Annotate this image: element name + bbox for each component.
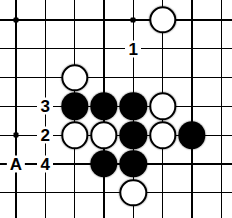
star-point: [14, 18, 19, 23]
stone-point: [90, 150, 117, 177]
labeled-point: 3: [37, 98, 53, 115]
white-stone: [90, 121, 117, 148]
go-board: 132A4: [0, 0, 232, 218]
stone-point: [149, 6, 176, 33]
white-stone: [61, 121, 88, 148]
labeled-point: 4: [37, 156, 53, 173]
white-stone: [61, 64, 88, 91]
black-stone: [90, 150, 117, 177]
point-label-4: 4: [37, 156, 53, 173]
star-point: [131, 18, 136, 23]
labeled-point: 1: [125, 40, 141, 57]
point-label-1: 1: [125, 40, 141, 57]
stone-point: [61, 121, 88, 148]
stone-point: [120, 121, 147, 148]
point-label-3: 3: [37, 98, 53, 115]
star-point-icon: [14, 18, 19, 23]
stone-point: [90, 121, 117, 148]
labeled-point: 2: [37, 127, 53, 144]
stone-point: [149, 121, 176, 148]
labeled-point: A: [7, 156, 25, 173]
black-stone: [120, 93, 147, 120]
stone-point: [90, 93, 117, 120]
point-label-A: A: [7, 156, 25, 173]
stone-point: [149, 93, 176, 120]
point-label-2: 2: [37, 127, 53, 144]
stone-point: [178, 121, 205, 148]
white-stone: [120, 179, 147, 206]
board-points: 132A4: [0, 0, 232, 218]
black-stone: [90, 93, 117, 120]
black-stone: [120, 150, 147, 177]
star-point-icon: [14, 133, 19, 138]
black-stone: [178, 121, 205, 148]
stone-point: [61, 93, 88, 120]
star-point-icon: [131, 18, 136, 23]
stone-point: [120, 93, 147, 120]
black-stone: [120, 121, 147, 148]
stone-point: [61, 64, 88, 91]
star-point: [14, 133, 19, 138]
black-stone: [61, 93, 88, 120]
stone-point: [120, 179, 147, 206]
white-stone: [149, 6, 176, 33]
stone-point: [120, 150, 147, 177]
white-stone: [149, 121, 176, 148]
white-stone: [149, 93, 176, 120]
